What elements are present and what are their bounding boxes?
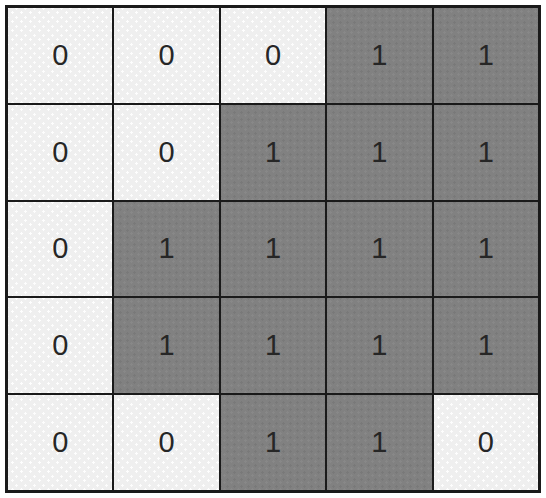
grid-cell: 1 xyxy=(327,202,431,297)
grid-cell: 0 xyxy=(8,298,112,393)
grid-cell: 0 xyxy=(114,105,218,200)
grid-cell: 0 xyxy=(114,8,218,103)
grid-cell: 1 xyxy=(221,395,325,490)
grid-cell: 1 xyxy=(327,105,431,200)
binary-grid-board: 0001100111011110111100110 xyxy=(5,5,541,493)
grid-cell: 1 xyxy=(327,298,431,393)
grid-cell: 1 xyxy=(327,8,431,103)
grid-cell: 1 xyxy=(221,202,325,297)
grid-cell: 1 xyxy=(434,8,538,103)
grid-cell: 1 xyxy=(114,202,218,297)
grid-cell: 0 xyxy=(114,395,218,490)
grid-cell: 0 xyxy=(8,395,112,490)
grid-cell: 1 xyxy=(434,298,538,393)
grid-cell: 0 xyxy=(221,8,325,103)
page: 0001100111011110111100110 xyxy=(0,0,546,498)
grid-cell: 0 xyxy=(434,395,538,490)
grid-cell: 0 xyxy=(8,8,112,103)
grid-cell: 1 xyxy=(434,105,538,200)
grid-cell: 1 xyxy=(434,202,538,297)
grid-cell: 0 xyxy=(8,202,112,297)
grid-cell: 0 xyxy=(8,105,112,200)
grid-cell: 1 xyxy=(221,105,325,200)
grid-cell: 1 xyxy=(221,298,325,393)
grid-cell: 1 xyxy=(114,298,218,393)
grid-cell: 1 xyxy=(327,395,431,490)
